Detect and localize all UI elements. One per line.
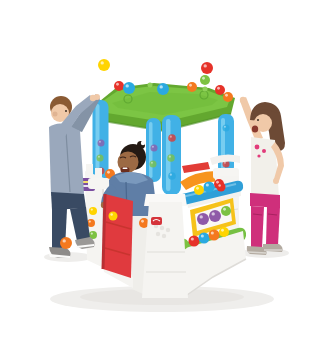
ball-green bbox=[167, 154, 175, 162]
ball-highlight bbox=[89, 220, 91, 222]
ball-blue bbox=[223, 125, 230, 132]
girl-leg bbox=[251, 206, 264, 248]
ball-highlight bbox=[169, 156, 171, 158]
ball-highlight bbox=[204, 64, 207, 67]
ball-highlight bbox=[107, 171, 110, 174]
ball-highlight bbox=[170, 174, 172, 176]
ball-red bbox=[114, 81, 124, 91]
ball-highlight bbox=[217, 87, 220, 90]
ball-red bbox=[215, 85, 225, 95]
ball-purple bbox=[197, 213, 209, 225]
top-dot bbox=[257, 154, 260, 157]
ball-highlight bbox=[224, 162, 226, 164]
ball-highlight bbox=[99, 141, 101, 143]
ball-highlight bbox=[152, 146, 154, 148]
ball-blue bbox=[204, 182, 215, 193]
ball-green bbox=[97, 155, 104, 162]
ball-highlight bbox=[170, 136, 172, 138]
step2-logo bbox=[151, 217, 162, 225]
product-photo bbox=[0, 0, 318, 337]
ball-highlight bbox=[101, 61, 104, 64]
ball-highlight bbox=[116, 83, 119, 86]
ball-yellow bbox=[109, 212, 118, 221]
top-dot bbox=[262, 149, 266, 153]
ball-highlight bbox=[200, 215, 203, 218]
ball-highlight bbox=[110, 213, 113, 216]
ball-blue bbox=[123, 82, 135, 94]
ball-highlight bbox=[212, 212, 215, 215]
ball-purple bbox=[151, 145, 158, 152]
loose-balls bbox=[60, 237, 72, 249]
ball-highlight bbox=[201, 235, 204, 238]
ball-yellow bbox=[219, 227, 229, 237]
ball-highlight bbox=[63, 239, 66, 242]
ball-highlight bbox=[206, 184, 209, 187]
ball-highlight bbox=[189, 84, 192, 87]
ball-yellow bbox=[98, 59, 110, 71]
ball-yellow bbox=[89, 207, 97, 215]
door-edge bbox=[103, 194, 105, 269]
boy-eye bbox=[65, 110, 67, 112]
ball-red bbox=[217, 183, 226, 192]
ball-purple bbox=[98, 140, 105, 147]
red-door bbox=[103, 194, 133, 278]
ball-highlight bbox=[126, 84, 129, 87]
roof-knob bbox=[203, 87, 208, 92]
pedestal-body bbox=[142, 202, 188, 298]
ball-green bbox=[200, 75, 210, 85]
ball-highlight bbox=[91, 208, 93, 210]
ball-blue bbox=[157, 83, 169, 95]
ball-orange bbox=[223, 92, 233, 102]
ball-highlight bbox=[224, 126, 226, 128]
ball-highlight bbox=[160, 85, 163, 88]
girl-leg bbox=[266, 207, 280, 245]
roof-knob bbox=[148, 83, 153, 88]
boy-hand bbox=[90, 95, 96, 101]
girl-pants-hip bbox=[250, 193, 280, 208]
ball-highlight bbox=[151, 162, 153, 164]
boy-ear bbox=[53, 112, 58, 117]
ball-orange bbox=[187, 82, 197, 92]
ball-highlight bbox=[211, 232, 214, 235]
ball-orange bbox=[209, 230, 220, 241]
ball-green bbox=[221, 206, 231, 216]
ball-highlight bbox=[225, 94, 228, 97]
ball-highlight bbox=[91, 232, 93, 234]
girl-eye bbox=[257, 119, 259, 121]
top-dot bbox=[255, 145, 260, 150]
ball-yellow bbox=[194, 185, 204, 195]
ball-red bbox=[189, 236, 200, 247]
ball-red bbox=[201, 62, 213, 74]
girl-hand bbox=[240, 97, 246, 103]
ball-green bbox=[150, 161, 157, 168]
ball-highlight bbox=[216, 181, 219, 184]
ball-purple bbox=[209, 210, 221, 222]
ball-highlight bbox=[218, 184, 221, 187]
boy-jeans-hip bbox=[51, 192, 86, 210]
ball-highlight bbox=[223, 208, 226, 211]
hair-bow bbox=[141, 141, 145, 145]
ball-highlight bbox=[221, 229, 224, 232]
door-knob-layer bbox=[109, 212, 118, 221]
girl-mouth bbox=[252, 125, 258, 132]
door-panel bbox=[103, 194, 133, 278]
ball-blue bbox=[199, 233, 210, 244]
ball-orange bbox=[60, 237, 72, 249]
ball-highlight bbox=[191, 238, 194, 241]
ball-highlight bbox=[202, 77, 205, 80]
girl-shoe bbox=[263, 244, 283, 252]
ball-highlight bbox=[196, 187, 199, 190]
girl-hand bbox=[273, 178, 279, 184]
baby-teeth bbox=[123, 168, 128, 170]
ball-highlight bbox=[98, 156, 100, 158]
ball-highlight bbox=[141, 220, 144, 223]
ball-red bbox=[168, 134, 176, 142]
ball-blue bbox=[168, 172, 176, 180]
